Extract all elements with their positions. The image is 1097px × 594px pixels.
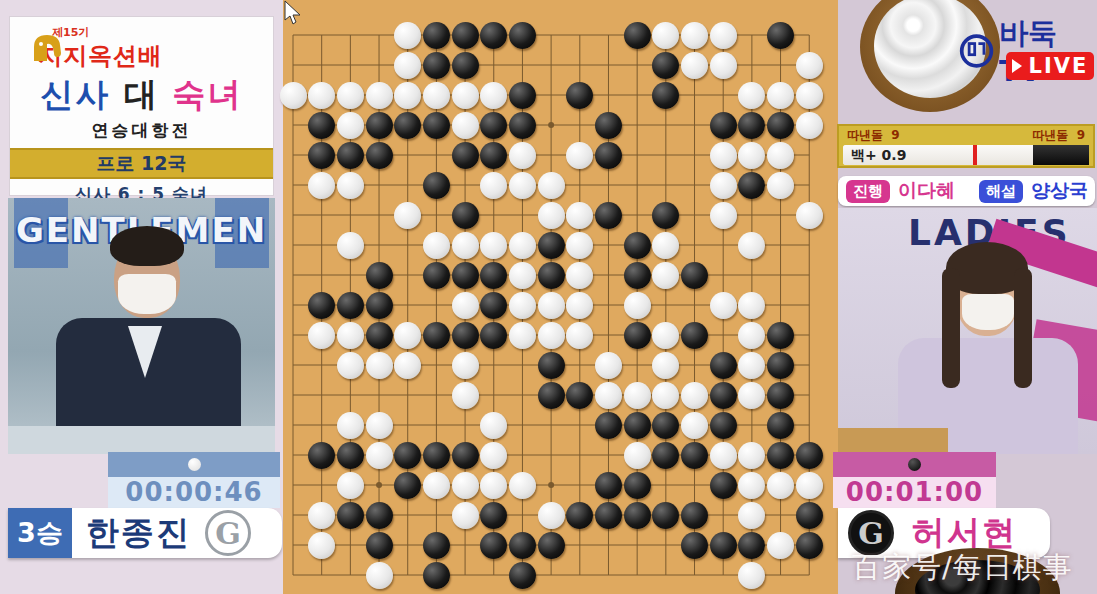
left-player-clock: 00:00:46 [108,452,280,508]
black-stone [681,442,708,469]
white-stone [738,382,765,409]
white-stone [509,472,536,499]
mouse-cursor-icon [283,0,303,26]
white-stone [394,322,421,349]
black-stone [452,142,479,169]
live-label: LIVE [1029,54,1089,78]
right-player-hair [1014,268,1032,388]
white-stone [738,442,765,469]
black-stone [652,442,679,469]
black-stone [681,322,708,349]
white-stone [767,472,794,499]
white-stone [337,322,364,349]
black-stone [767,352,794,379]
captured-right-label: 따낸돌 [1032,128,1068,142]
black-stone [480,292,507,319]
black-stone-icon [908,458,921,471]
black-stone [480,532,507,559]
black-stone [423,22,450,49]
sponsor-g-logo: G [205,510,251,556]
white-stone [480,172,507,199]
black-stone [423,562,450,589]
white-stone [738,322,765,349]
star-point [548,482,554,488]
white-stone [480,82,507,109]
black-stone [423,172,450,199]
white-stone [566,232,593,259]
left-player-hair [110,226,184,266]
black-stone [337,442,364,469]
white-stone [366,442,393,469]
white-stone [595,352,622,379]
white-stone [710,202,737,229]
sponsor-label: 지지옥션배 [38,40,273,72]
table-goban-edge [838,428,948,454]
black-stone [538,232,565,259]
black-stone [337,502,364,529]
white-stone [652,322,679,349]
black-stone [452,52,479,79]
white-stone [337,172,364,199]
black-stone [538,262,565,289]
left-wins-badge: 3승 [8,508,72,558]
white-stone [394,202,421,229]
black-stone [652,82,679,109]
white-stone [566,322,593,349]
black-stone [423,112,450,139]
white-stone [308,532,335,559]
left-player-name: 한종진 [86,511,191,556]
white-stone [710,172,737,199]
white-stone [308,502,335,529]
black-stone [452,442,479,469]
black-stone [681,262,708,289]
black-stone [480,142,507,169]
white-stone [681,382,708,409]
white-stone [423,472,450,499]
black-stone [538,352,565,379]
white-stone [480,412,507,439]
white-stone [566,292,593,319]
black-stone [509,562,536,589]
white-stone [566,142,593,169]
white-stone [652,22,679,49]
ai-score-panel: 따낸돌 9 따낸돌 9 백+ 0.9 [837,124,1095,168]
black-stone [366,502,393,529]
black-stone [423,322,450,349]
black-stone [767,382,794,409]
white-stone [652,352,679,379]
white-stone [366,412,393,439]
white-stone [796,52,823,79]
tournament-header: 제15기 지지옥션배 신사 대 숙녀 연승대항전 프로 12국 신사 6 : 5… [9,16,274,196]
black-stone [595,502,622,529]
black-stone [480,502,507,529]
black-stone [652,412,679,439]
white-stone [366,352,393,379]
white-stone [681,22,708,49]
black-stone [394,442,421,469]
elephant-icon [28,31,66,65]
black-stone [423,262,450,289]
white-stone [308,322,335,349]
white-stone [509,142,536,169]
black-stone [566,502,593,529]
black-stone [595,412,622,439]
black-stone [624,472,651,499]
match-title-mid: 대 [111,75,173,114]
white-stone [337,82,364,109]
black-stone [681,532,708,559]
black-stone [595,112,622,139]
white-stone [595,382,622,409]
white-stone [509,262,536,289]
white-stone [452,352,479,379]
black-stone [308,442,335,469]
white-stone [509,292,536,319]
white-stone [738,502,765,529]
white-stone [394,352,421,379]
captured-right: 따낸돌 9 [1032,127,1085,144]
go-board [283,0,838,594]
white-stone-icon [188,458,201,471]
left-clock-stone-indicator [108,452,280,477]
black-stone [566,82,593,109]
black-stone [796,442,823,469]
white-stone [538,202,565,229]
left-player-mask [118,274,176,314]
eval-bar-black-segment [1033,145,1089,165]
captured-left-label: 따낸돌 [847,128,883,142]
right-player-photo: LADIES [838,208,1097,454]
captured-stones-row: 따낸돌 9 따낸돌 9 [839,126,1093,144]
black-stone [452,322,479,349]
black-stone [624,502,651,529]
black-stone [710,112,737,139]
black-stone [452,202,479,229]
left-player-name-bar: 3승 한종진 G [8,508,282,558]
black-stone [308,292,335,319]
white-stone [337,112,364,139]
white-stone [738,142,765,169]
match-title: 신사 대 숙녀 [10,73,273,118]
right-player-hair [942,268,960,388]
black-stone [652,52,679,79]
white-stone [308,82,335,109]
white-stone [538,172,565,199]
match-title-right: 숙녀 [172,75,242,114]
white-stone [480,232,507,259]
live-badge: LIVE [1006,52,1094,80]
white-stone [423,232,450,259]
white-stone [480,442,507,469]
black-stone [366,262,393,289]
black-stone [480,112,507,139]
black-stone [452,262,479,289]
white-stone [337,412,364,439]
black-stone [337,142,364,169]
white-stone [710,442,737,469]
black-stone [423,52,450,79]
black-stone [366,532,393,559]
white-stone [509,322,536,349]
white-stone [423,82,450,109]
black-stone [337,292,364,319]
white-stone [566,202,593,229]
black-stone [394,472,421,499]
white-stone [652,382,679,409]
black-stone [767,322,794,349]
white-stone [796,112,823,139]
black-stone [767,112,794,139]
black-stone [509,112,536,139]
host-role-badge: 진행 [846,180,890,203]
black-stone [595,472,622,499]
white-stone [738,472,765,499]
star-point [548,122,554,128]
black-stone [738,172,765,199]
white-stone [624,382,651,409]
black-stone [366,292,393,319]
match-subtitle: 연승대항전 [10,119,273,142]
white-stone [452,472,479,499]
white-stone [566,262,593,289]
black-stone [624,412,651,439]
black-stone [509,532,536,559]
white-stone [366,562,393,589]
black-stone [710,352,737,379]
commentator-name: 양상국 [1031,178,1088,204]
white-stone [652,262,679,289]
black-stone [480,322,507,349]
white-stone [452,502,479,529]
black-stone [366,112,393,139]
black-stone [796,502,823,529]
black-stone [366,322,393,349]
black-stone [652,202,679,229]
white-stone [452,292,479,319]
white-stone [452,232,479,259]
right-player-mask [962,294,1014,330]
round-bar: 프로 12국 [10,148,273,179]
right-clock-stone-indicator [833,452,996,477]
commentator-role-badge: 해설 [979,180,1023,203]
white-stone [452,382,479,409]
white-stone [767,82,794,109]
black-stone [480,22,507,49]
table-edge [8,426,275,454]
black-stone [767,442,794,469]
eval-score-text: 백+ 0.9 [851,145,906,165]
white-stone [280,82,307,109]
left-panel: 제15기 지지옥션배 신사 대 숙녀 연승대항전 프로 12국 신사 6 : 5… [0,0,283,594]
white-stone [681,52,708,79]
black-stone [423,442,450,469]
white-stone [337,472,364,499]
white-stone [738,352,765,379]
white-stone [738,232,765,259]
black-stone [595,142,622,169]
white-stone [796,202,823,229]
black-stone [710,532,737,559]
host-name: 이다혜 [898,178,955,204]
white-stone [767,172,794,199]
baduktv-icon [958,32,995,70]
white-stone [624,292,651,319]
white-stone [796,82,823,109]
black-stone [452,22,479,49]
white-stone [394,82,421,109]
captured-right-count: 9 [1077,128,1085,142]
eval-bar: 백+ 0.9 [843,145,1089,165]
white-stone [652,232,679,259]
black-stone [538,382,565,409]
white-stone [394,22,421,49]
white-stone [681,412,708,439]
black-stone [308,112,335,139]
black-stone [509,82,536,109]
black-stone [308,142,335,169]
white-stone [738,562,765,589]
black-stone [710,412,737,439]
white-stone [538,292,565,319]
black-stone [566,382,593,409]
white-stone [538,322,565,349]
black-stone [595,202,622,229]
captured-left-count: 9 [891,128,899,142]
star-point [376,482,382,488]
black-stone [366,142,393,169]
black-stone [796,532,823,559]
black-stone [710,472,737,499]
black-stone [509,22,536,49]
captured-left: 따낸돌 9 [847,127,900,144]
white-stone [366,82,393,109]
eval-bar-marker [973,145,977,165]
white-stone [509,232,536,259]
white-stone [738,292,765,319]
white-stone [767,532,794,559]
white-stone [710,292,737,319]
black-stone [738,112,765,139]
play-icon [1012,59,1022,73]
left-player-photo: GENTLEMEN [8,198,275,454]
black-stone [710,382,737,409]
black-stone [538,532,565,559]
white-stone [394,52,421,79]
white-stone [480,472,507,499]
black-stone [681,502,708,529]
black-stone [480,262,507,289]
white-stone [337,232,364,259]
white-stone [738,82,765,109]
caster-bar: 진행 이다혜 해설 양상국 [838,176,1095,206]
black-stone [767,22,794,49]
white-stone [452,82,479,109]
left-clock-time: 00:00:46 [108,477,280,508]
right-clock-time: 00:01:00 [833,477,996,508]
black-stone [738,532,765,559]
black-stone [394,112,421,139]
black-stone [624,232,651,259]
match-title-left: 신사 [41,75,111,114]
white-stone [796,472,823,499]
white-stone [337,352,364,379]
watermark-text: 百家号/每日棋事 [852,548,1097,588]
white-stone [710,22,737,49]
black-stone [624,262,651,289]
series-label: 제15기 [52,25,273,40]
black-stone [767,412,794,439]
white-stone [509,172,536,199]
white-stone [624,442,651,469]
white-stone [452,112,479,139]
white-stone [710,142,737,169]
black-stone [624,22,651,49]
black-stone [624,322,651,349]
black-stone [652,502,679,529]
black-stone [423,532,450,559]
right-player-clock: 00:01:00 [833,452,996,508]
white-stone [538,502,565,529]
brand-row: 제15기 지지옥션배 [10,25,273,71]
white-stone [710,52,737,79]
white-stone [767,142,794,169]
white-stone [308,172,335,199]
